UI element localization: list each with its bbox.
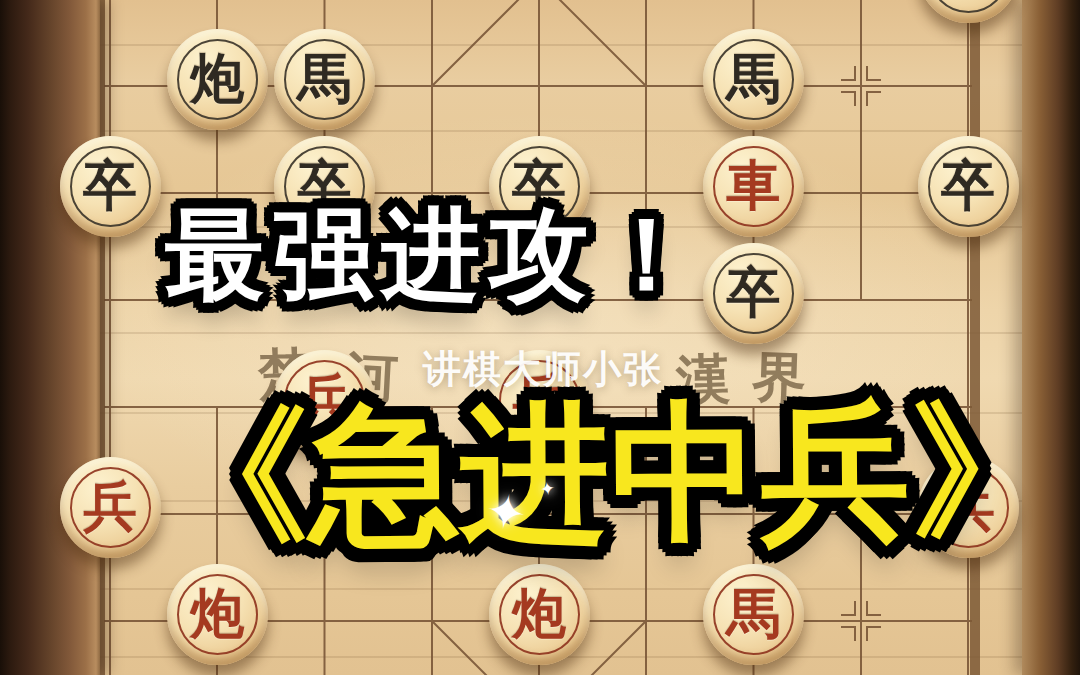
piece-black-f8r3[interactable]: 卒 (918, 136, 1019, 237)
piece-red-f4r7[interactable]: 炮 (489, 564, 590, 665)
piece-black-f1r2[interactable]: 炮 (167, 29, 268, 130)
piece-character: 車 (918, 0, 1019, 23)
piece-character: 馬 (703, 29, 804, 130)
piece-character: 炮 (167, 564, 268, 665)
watermark-text: 讲棋大师小张 (353, 344, 733, 395)
piece-character: 馬 (703, 564, 804, 665)
piece-character: 馬 (274, 29, 375, 130)
wood-frame-right (1022, 0, 1080, 675)
piece-character: 炮 (489, 564, 590, 665)
piece-character: 卒 (918, 136, 1019, 237)
main-title: 最强进攻！ (125, 200, 745, 308)
piece-red-f1r7[interactable]: 炮 (167, 564, 268, 665)
piece-black-f2r2[interactable]: 馬 (274, 29, 375, 130)
sparkle-icon: ✦ (539, 477, 557, 501)
piece-black-f8r1[interactable]: 車 (918, 0, 1019, 23)
board-border-right (970, 0, 980, 675)
wood-frame-left (0, 0, 100, 675)
xiangqi-thumbnail: 楚 河 漢 界 車炮馬馬卒卒卒車卒卒兵兵兵兵炮炮馬 讲棋大师小张 最强进攻！ 《… (0, 0, 1080, 675)
piece-character: 炮 (167, 29, 268, 130)
piece-black-f6r2[interactable]: 馬 (703, 29, 804, 130)
piece-red-f6r7[interactable]: 馬 (703, 564, 804, 665)
series-title: 《急进中兵》 (89, 390, 1080, 556)
